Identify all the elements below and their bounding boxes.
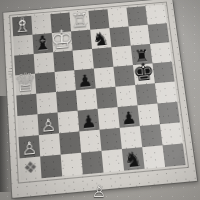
square-h8[interactable] — [145, 4, 166, 24]
corner-emblem-icon: ❖ — [23, 160, 38, 177]
square-c1[interactable] — [61, 153, 83, 177]
square-b3[interactable]: ♙ — [37, 112, 59, 135]
chess-board: .ıllı. ♗♖♝♔♞♜♕♟♚♙♟♟♙❖♞ · ·· · — [3, 0, 197, 198]
white-queen[interactable]: ♕ — [14, 69, 38, 96]
board-margin: .ıllı. ♗♖♝♔♞♜♕♟♚♙♟♟♙❖♞ · ·· · — [3, 0, 197, 198]
black-pawn[interactable]: ♟ — [81, 113, 97, 131]
square-b2[interactable] — [39, 133, 61, 156]
square-g8[interactable] — [126, 6, 147, 26]
square-b6[interactable] — [34, 52, 55, 73]
captured-white-pawn[interactable]: ♙ — [92, 184, 107, 200]
square-a3[interactable] — [17, 114, 38, 137]
square-d3[interactable]: ♟ — [78, 109, 100, 132]
photo-background: .ıllı. ♗♖♝♔♞♜♕♟♚♙♟♟♙❖♞ · ·· · ♙ — [0, 0, 200, 200]
square-h4[interactable] — [155, 82, 177, 104]
square-b1[interactable] — [40, 155, 62, 179]
square-a7[interactable] — [13, 35, 34, 56]
square-g2[interactable] — [140, 124, 163, 147]
square-b4[interactable] — [36, 92, 57, 114]
square-f8[interactable] — [107, 8, 128, 28]
black-knight[interactable]: ♞ — [92, 29, 110, 49]
square-b5[interactable] — [35, 72, 56, 94]
square-e2[interactable] — [100, 128, 122, 151]
black-king[interactable]: ♚ — [132, 59, 156, 85]
white-pawn[interactable]: ♙ — [40, 117, 56, 135]
square-a1[interactable]: ❖ — [20, 156, 42, 180]
square-a8[interactable]: ♗ — [12, 16, 32, 37]
square-e5[interactable] — [94, 67, 116, 89]
square-c3[interactable] — [58, 111, 80, 134]
square-e3[interactable] — [98, 107, 120, 130]
square-a5[interactable]: ♕ — [15, 74, 36, 96]
square-c2[interactable] — [59, 131, 81, 154]
square-h3[interactable] — [157, 102, 180, 124]
square-g7[interactable] — [129, 25, 150, 46]
square-c4[interactable] — [56, 90, 78, 112]
board-margin-text: .ıllı. — [7, 63, 14, 80]
square-e4[interactable] — [96, 87, 118, 109]
square-g5[interactable]: ♚ — [133, 63, 155, 85]
square-h5[interactable] — [152, 62, 174, 84]
square-g3[interactable] — [137, 104, 159, 126]
square-g1[interactable] — [142, 145, 165, 168]
square-d1[interactable] — [81, 151, 103, 175]
square-d2[interactable] — [79, 130, 101, 153]
square-d6[interactable] — [73, 49, 94, 70]
square-h7[interactable] — [148, 23, 170, 44]
square-c7[interactable]: ♔ — [52, 31, 73, 52]
square-d4[interactable] — [76, 88, 98, 110]
white-pawn[interactable]: ♙ — [21, 139, 37, 158]
white-bishop[interactable]: ♗ — [13, 15, 32, 37]
black-pawn[interactable]: ♟ — [121, 109, 138, 127]
square-f1[interactable]: ♞ — [122, 147, 145, 170]
square-e7[interactable]: ♞ — [90, 28, 111, 49]
board-grid: ♗♖♝♔♞♜♕♟♚♙♟♟♙❖♞ — [12, 4, 185, 180]
black-knight[interactable]: ♞ — [123, 148, 143, 170]
square-f4[interactable] — [115, 85, 137, 107]
square-f7[interactable] — [109, 26, 130, 47]
square-c5[interactable] — [55, 70, 76, 92]
white-king[interactable]: ♔ — [50, 26, 74, 53]
square-e1[interactable] — [102, 149, 125, 173]
square-h2[interactable] — [160, 122, 183, 145]
square-d5[interactable]: ♟ — [74, 68, 95, 90]
square-f3[interactable]: ♟ — [118, 105, 140, 128]
square-a2[interactable]: ♙ — [19, 135, 41, 158]
square-h1[interactable] — [163, 143, 186, 166]
square-f6[interactable] — [111, 46, 133, 67]
black-pawn[interactable]: ♟ — [77, 72, 93, 90]
square-d7[interactable] — [71, 30, 92, 51]
